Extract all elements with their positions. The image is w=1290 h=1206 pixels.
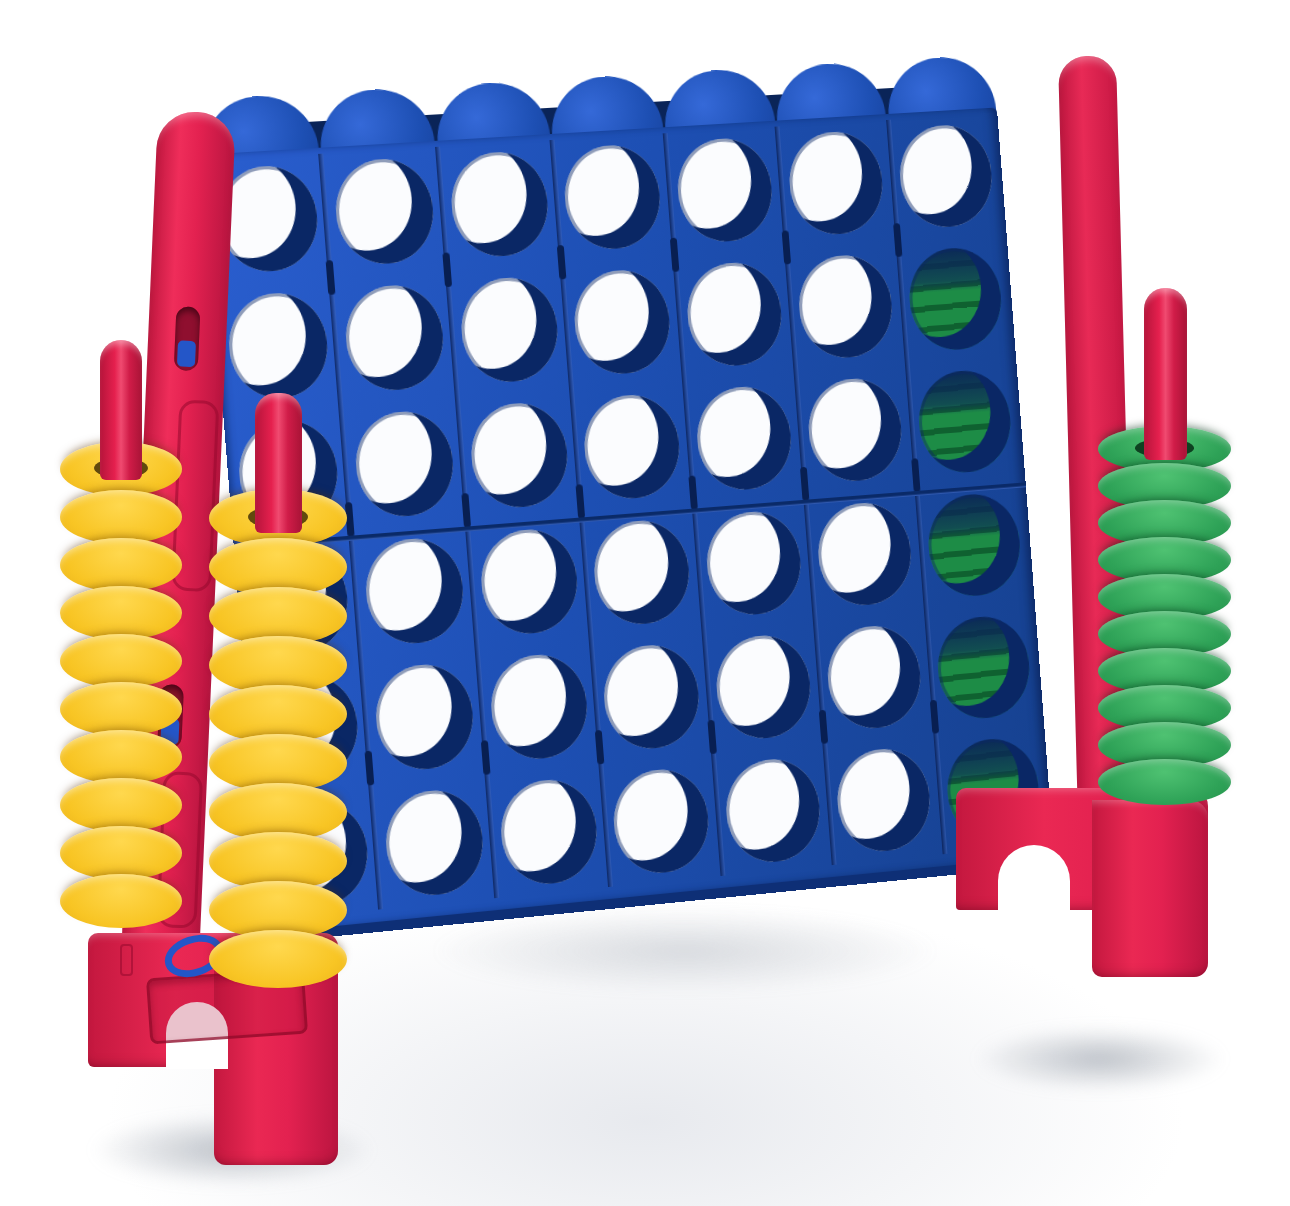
- hole-r2c7: [906, 246, 1005, 353]
- yellow-disc: [60, 538, 182, 592]
- yellow-disc: [60, 634, 182, 688]
- hole-r4c6: [815, 499, 915, 608]
- hole-r4c5: [704, 508, 805, 618]
- yellow-disc-stack-back: [60, 448, 182, 928]
- hole-r3c4: [581, 392, 683, 502]
- green-disc: [1098, 759, 1231, 805]
- hole-r4c3: [477, 526, 580, 637]
- floor-shadow-right: [926, 1014, 1274, 1104]
- hole-r2c5: [684, 260, 785, 369]
- hole-r5c4: [601, 641, 703, 752]
- hole-r6c5: [723, 755, 824, 866]
- hole-r4c2: [362, 535, 466, 647]
- scene: [0, 0, 1290, 1206]
- hole-r2c6: [795, 253, 895, 361]
- hole-r5c3: [487, 651, 590, 763]
- yellow-disc: [209, 930, 347, 988]
- hole-r1c7: [896, 123, 995, 230]
- hole-r1c4: [562, 143, 664, 252]
- right-foot-leg: [1092, 800, 1208, 977]
- hole-r2c3: [458, 275, 561, 385]
- hole-r6c3: [497, 776, 600, 888]
- yellow-disc: [60, 730, 182, 784]
- foot-notch: [120, 944, 133, 976]
- peg-rod: [255, 393, 302, 533]
- hole-r3c2: [352, 409, 456, 520]
- hole-r3c6: [805, 376, 905, 485]
- post-slot: [174, 306, 201, 371]
- yellow-disc: [60, 586, 182, 640]
- yellow-disc: [60, 778, 182, 832]
- hole-r5c6: [824, 622, 924, 731]
- hole-r5c7: [934, 613, 1032, 722]
- peg-rod: [100, 340, 142, 480]
- peg-rod: [1144, 288, 1187, 460]
- hole-r1c3: [448, 150, 551, 260]
- right-foot-arch: [998, 845, 1070, 913]
- hole-r1c6: [786, 129, 886, 237]
- hole-r2c2: [342, 283, 447, 394]
- yellow-disc: [60, 826, 182, 880]
- latch-pin: [177, 340, 196, 367]
- hole-r2c1: [226, 290, 332, 401]
- hole-r3c3: [467, 401, 570, 512]
- hole-r5c5: [713, 632, 814, 742]
- hole-r4c7: [925, 491, 1024, 599]
- hole-r1c5: [674, 136, 775, 244]
- green-disc-stack: [1098, 435, 1231, 805]
- hole-r6c2: [382, 786, 486, 899]
- hole-r2c4: [572, 268, 674, 377]
- yellow-disc: [60, 490, 182, 544]
- yellow-disc: [60, 874, 182, 928]
- hole-r3c7: [915, 368, 1014, 476]
- hole-r1c2: [332, 157, 437, 267]
- hole-r5c2: [372, 661, 476, 773]
- hole-r6c4: [611, 766, 713, 877]
- hole-r3c5: [694, 384, 795, 493]
- yellow-disc: [60, 682, 182, 736]
- hole-r6c6: [834, 745, 933, 855]
- hole-r4c4: [591, 517, 693, 627]
- yellow-disc-stack-front: [209, 498, 347, 988]
